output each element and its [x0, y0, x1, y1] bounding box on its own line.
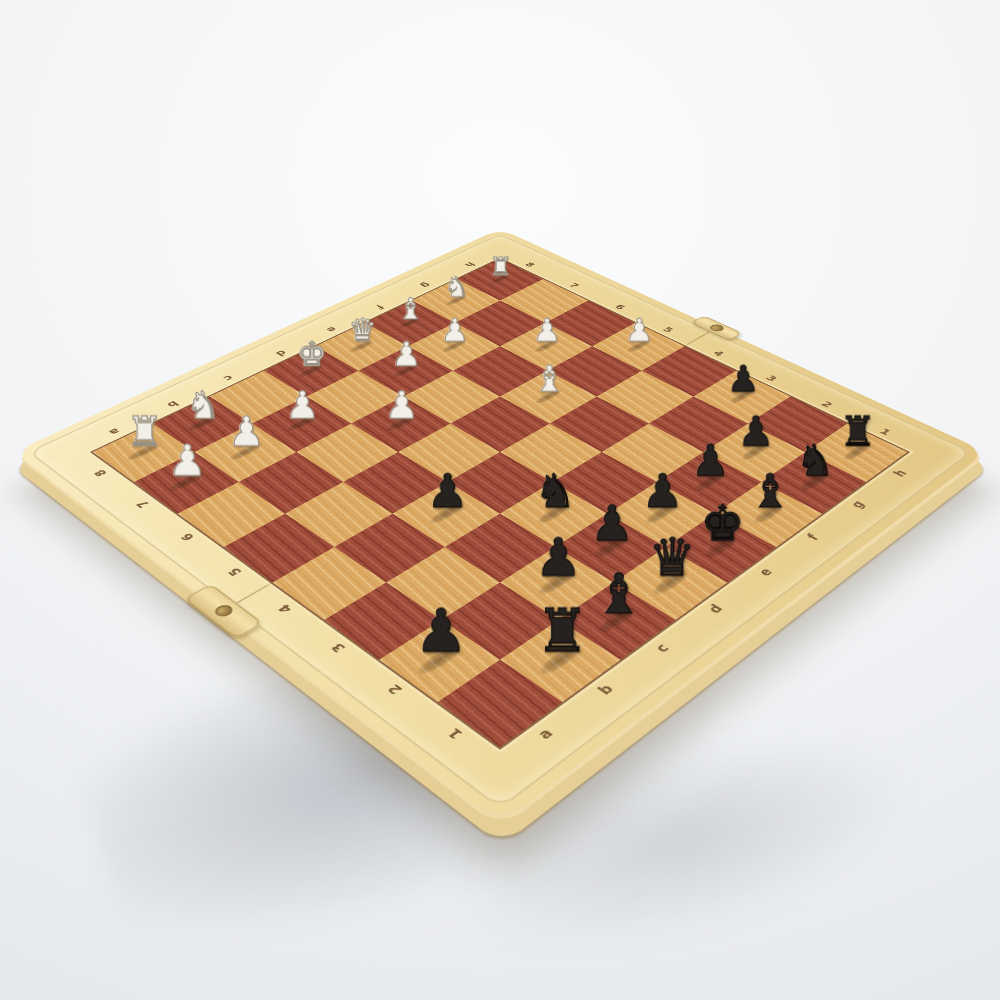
black-pawn-glyph: ♟ — [427, 468, 469, 514]
white-pawn-glyph: ♟ — [228, 412, 265, 453]
black-pawn-glyph: ♟ — [415, 602, 468, 661]
black-queen-glyph: ♛ — [649, 531, 696, 584]
white-pawn-glyph: ♟ — [168, 440, 207, 483]
black-knight-glyph: ♞ — [796, 440, 835, 483]
black-knight-glyph: ♞ — [534, 468, 576, 514]
black-pawn-glyph: ♟ — [691, 440, 730, 483]
black-rook-glyph: ♜ — [535, 602, 588, 661]
hinge-pin-icon — [707, 323, 726, 333]
black-bishop-glyph: ♝ — [749, 468, 791, 514]
black-pawn-glyph: ♟ — [642, 468, 684, 514]
black-rook-glyph: ♜ — [839, 412, 876, 453]
product-photo-scene: abcdefgh abcdefgh 87654321 87654321 ♜♞♝♛… — [0, 0, 1000, 1000]
black-king-glyph: ♚ — [701, 499, 745, 548]
black-pawn-glyph: ♟ — [590, 499, 634, 548]
black-pawn-glyph: ♟ — [737, 412, 774, 453]
black-bishop-glyph: ♝ — [594, 566, 644, 621]
white-rook-glyph: ♜ — [126, 412, 163, 453]
black-pawn-glyph: ♟ — [535, 531, 582, 584]
